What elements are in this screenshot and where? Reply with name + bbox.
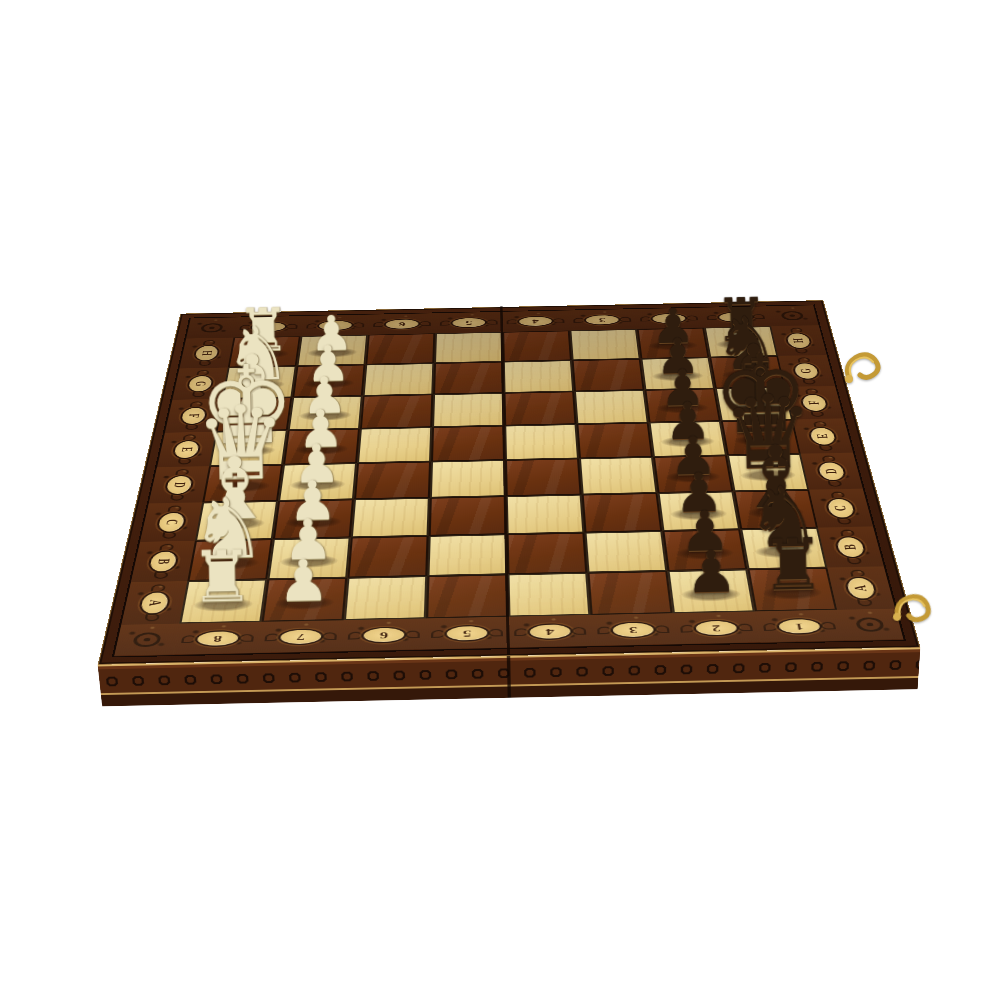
square-c6 [351, 498, 430, 538]
rank-label: 4 [517, 316, 554, 327]
square-g6 [363, 363, 434, 396]
square-a3 [587, 571, 672, 615]
square-f5 [432, 393, 504, 427]
rank-label: 2 [693, 619, 740, 636]
rank-label: 1 [775, 618, 823, 635]
brass-clasp-icon [842, 346, 888, 392]
file-label: B [833, 536, 867, 558]
square-f3 [574, 390, 649, 424]
square-a7: ♟ [261, 578, 347, 622]
square-f4 [504, 391, 577, 425]
square-g3 [572, 359, 645, 392]
white-pawn: ♟ [277, 555, 329, 609]
square-a6 [344, 576, 428, 620]
scene: 87654321H♜♟♟♜HG♞♟♟♞GF♝♟♟♝FE♚♟♟♚ED♛♟♟♛DC♝… [0, 0, 1000, 1000]
rank-label: 5 [451, 317, 487, 328]
rank-label-cell: 3 [568, 309, 637, 330]
rank-label: 8 [194, 630, 242, 647]
black-pawn: ♟ [685, 546, 737, 600]
square-d6 [354, 462, 431, 500]
square-c5 [429, 496, 507, 536]
rank-label: 6 [384, 318, 421, 329]
product-photo: 87654321H♜♟♟♜HG♞♟♟♞GF♝♟♟♝FE♚♟♟♚ED♛♟♟♛DC♝… [0, 0, 1000, 1000]
file-label-cell: A [827, 566, 895, 609]
square-b6 [347, 536, 428, 578]
board-top-surface: 87654321H♜♟♟♜HG♞♟♟♞GF♝♟♟♝FE♚♟♟♚ED♛♟♟♛DC♝… [98, 300, 921, 664]
file-label: C [155, 511, 187, 532]
square-h6 [365, 333, 435, 364]
square-a2: ♟ [667, 569, 755, 613]
square-c3 [582, 493, 663, 533]
rank-label-cell: 6 [368, 313, 436, 335]
rank-label-cell: 2 [673, 612, 761, 645]
square-d4 [505, 458, 582, 496]
square-e5 [431, 426, 505, 462]
square-b3 [584, 531, 667, 573]
file-label: A [137, 591, 171, 615]
square-a8: ♜ [179, 579, 267, 623]
square-e4 [504, 424, 579, 460]
rank-label-cell: 1 [755, 610, 844, 643]
file-label-cell: B [131, 541, 195, 582]
square-a1: ♜ [747, 568, 837, 612]
rank-label-cell: 7 [257, 620, 344, 653]
square-d5 [430, 460, 506, 498]
square-f6 [360, 394, 433, 428]
rank-label: 6 [361, 626, 407, 643]
square-h5 [434, 332, 503, 363]
band-corner-ornament [114, 624, 179, 657]
square-a4 [507, 573, 590, 617]
rank-label: 7 [277, 628, 324, 645]
file-label: B [147, 550, 180, 572]
file-label-cell: A [121, 581, 187, 625]
rank-label-cell: 5 [435, 312, 502, 334]
square-a5 [426, 574, 508, 618]
rank-label-cell: 4 [508, 615, 593, 648]
rank-label: 3 [584, 314, 621, 325]
square-b5 [427, 534, 507, 576]
rank-label: 4 [527, 623, 573, 640]
square-h3 [570, 329, 641, 360]
square-c4 [506, 495, 585, 535]
file-label: A [843, 576, 878, 599]
rank-label: 5 [444, 624, 489, 641]
square-h4 [502, 331, 571, 362]
file-label-cell: B [818, 527, 884, 568]
square-b4 [507, 533, 588, 575]
rank-label-cell: 6 [341, 618, 426, 651]
square-e3 [576, 423, 653, 459]
rank-label-cell: 4 [502, 310, 570, 332]
rank-label-cell: 8 [173, 622, 261, 655]
file-label: C [824, 497, 857, 518]
white-rook: ♜ [189, 544, 254, 610]
rank-label-cell: 3 [590, 613, 676, 646]
rank-label-cell: 5 [425, 617, 509, 650]
chess-board: 87654321H♜♟♟♜HG♞♟♟♞GF♝♟♟♝FE♚♟♟♚ED♛♟♟♛DC♝… [98, 300, 921, 664]
black-rook: ♜ [760, 532, 825, 598]
rank-label: 3 [610, 621, 657, 638]
square-e6 [357, 427, 432, 463]
square-g4 [503, 360, 574, 393]
square-d3 [579, 457, 658, 495]
square-g5 [433, 362, 503, 395]
